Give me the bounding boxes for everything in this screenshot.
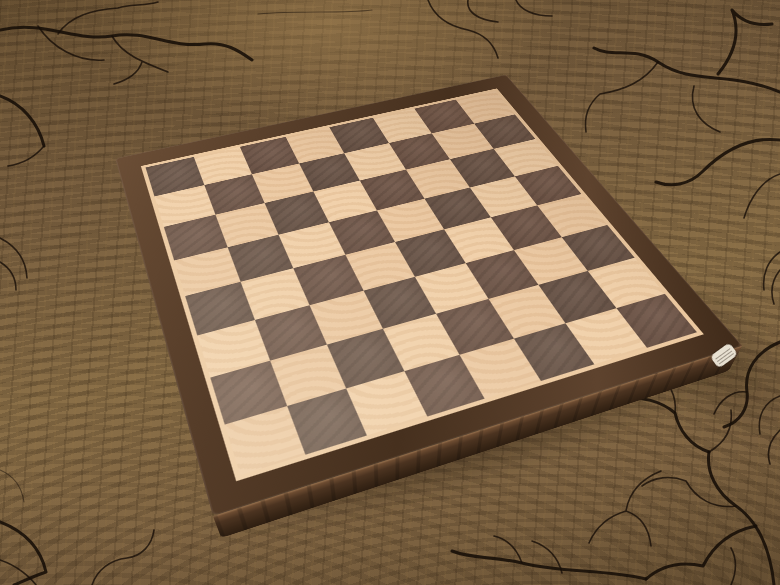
square-e2[interactable]: [436, 299, 513, 354]
burn-bottom-left: [0, 470, 154, 585]
square-g2[interactable]: [538, 271, 615, 323]
burn-right-middle: [764, 252, 780, 304]
square-a5[interactable]: [174, 247, 240, 296]
square-c4[interactable]: [293, 255, 363, 305]
square-b3[interactable]: [254, 305, 327, 361]
square-g1[interactable]: [565, 308, 646, 364]
square-e3[interactable]: [415, 263, 488, 314]
board-scene: [175, 22, 615, 462]
square-h1[interactable]: [616, 293, 697, 348]
square-c3[interactable]: [309, 290, 382, 344]
board-grid: [146, 91, 697, 475]
burn-left-middle: [0, 238, 27, 290]
square-c2[interactable]: [327, 329, 404, 388]
square-d3[interactable]: [363, 276, 436, 328]
square-b4[interactable]: [240, 268, 309, 320]
square-a3[interactable]: [197, 320, 269, 378]
square-a4[interactable]: [185, 282, 254, 335]
square-d2[interactable]: [382, 314, 459, 371]
square-c1[interactable]: [346, 371, 427, 436]
square-d4[interactable]: [345, 242, 415, 290]
square-e1[interactable]: [459, 338, 540, 398]
square-f3[interactable]: [465, 250, 538, 299]
square-a2[interactable]: [210, 361, 286, 424]
square-h2[interactable]: [587, 258, 664, 308]
square-b1[interactable]: [286, 388, 367, 455]
square-a1[interactable]: [225, 406, 305, 475]
square-d1[interactable]: [404, 354, 485, 416]
square-f1[interactable]: [513, 323, 594, 381]
photo-chess-board-on-table: [0, 0, 780, 585]
square-f2[interactable]: [488, 285, 565, 339]
square-b2[interactable]: [270, 345, 346, 406]
square-g3[interactable]: [514, 237, 588, 285]
